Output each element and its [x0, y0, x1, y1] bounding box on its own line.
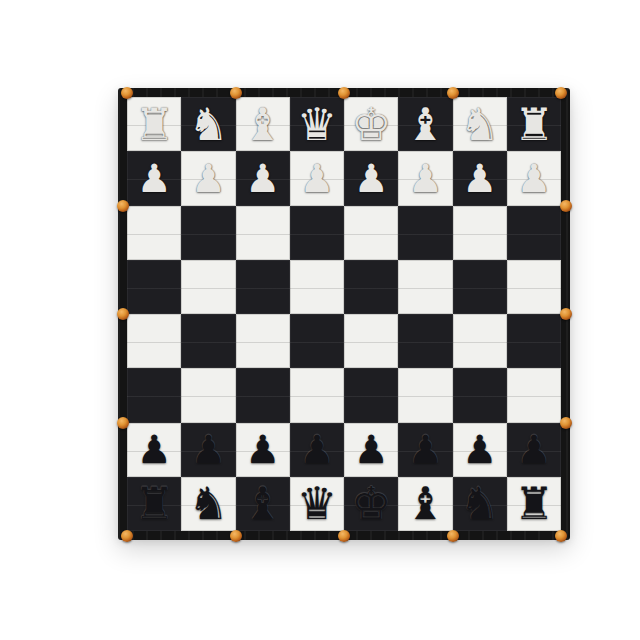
- piece-black-pawn[interactable]: ♟: [137, 430, 172, 469]
- piece-white-knight[interactable]: ♞: [188, 102, 228, 147]
- piece-white-king[interactable]: ♚: [351, 102, 391, 147]
- piece-black-king[interactable]: ♚: [351, 481, 391, 526]
- piece-black-pawn[interactable]: ♟: [191, 430, 226, 469]
- piece-black-bishop[interactable]: ♝: [242, 481, 282, 526]
- square-d8[interactable]: ♛: [290, 477, 344, 531]
- square-c4[interactable]: [236, 260, 290, 314]
- board-grid: ♜♞♝♛♚♝♞♜♟♟♟♟♟♟♟♟♟♟♟♟♟♟♟♟♜♞♝♛♚♝♞♜: [127, 97, 561, 531]
- piece-white-pawn[interactable]: ♟: [191, 159, 226, 198]
- square-h8[interactable]: ♜: [507, 477, 561, 531]
- stud-right-4: [560, 308, 572, 320]
- stud-top-4: [338, 87, 350, 99]
- square-d1[interactable]: ♛: [290, 97, 344, 151]
- piece-white-bishop[interactable]: ♝: [242, 102, 282, 147]
- square-c5[interactable]: [236, 314, 290, 368]
- square-g6[interactable]: [453, 368, 507, 422]
- square-b4[interactable]: [181, 260, 235, 314]
- square-a5[interactable]: [127, 314, 181, 368]
- square-a2[interactable]: ♟: [127, 151, 181, 205]
- square-f2[interactable]: ♟: [398, 151, 452, 205]
- square-e6[interactable]: [344, 368, 398, 422]
- square-g2[interactable]: ♟: [453, 151, 507, 205]
- piece-black-queen[interactable]: ♛: [297, 481, 337, 526]
- square-d2[interactable]: ♟: [290, 151, 344, 205]
- piece-black-pawn[interactable]: ♟: [245, 430, 280, 469]
- square-d5[interactable]: [290, 314, 344, 368]
- stud-top-6: [447, 87, 459, 99]
- stud-bottom-8: [555, 530, 567, 542]
- square-e8[interactable]: ♚: [344, 477, 398, 531]
- square-c8[interactable]: ♝: [236, 477, 290, 531]
- square-h5[interactable]: [507, 314, 561, 368]
- square-g4[interactable]: [453, 260, 507, 314]
- stud-right-2: [560, 200, 572, 212]
- square-d4[interactable]: [290, 260, 344, 314]
- piece-white-rook[interactable]: ♜: [134, 102, 174, 147]
- square-g7[interactable]: ♟: [453, 423, 507, 477]
- square-c3[interactable]: [236, 206, 290, 260]
- piece-white-pawn[interactable]: ♟: [354, 159, 389, 198]
- square-a3[interactable]: [127, 206, 181, 260]
- chess-board: ♜♞♝♛♚♝♞♜♟♟♟♟♟♟♟♟♟♟♟♟♟♟♟♟♜♞♝♛♚♝♞♜: [118, 88, 570, 540]
- stud-top-0: [121, 87, 133, 99]
- piece-white-pawn[interactable]: ♟: [408, 159, 443, 198]
- square-h4[interactable]: [507, 260, 561, 314]
- square-e3[interactable]: [344, 206, 398, 260]
- square-b3[interactable]: [181, 206, 235, 260]
- square-b1[interactable]: ♞: [181, 97, 235, 151]
- square-c6[interactable]: [236, 368, 290, 422]
- square-e4[interactable]: [344, 260, 398, 314]
- square-g8[interactable]: ♞: [453, 477, 507, 531]
- piece-white-pawn[interactable]: ♟: [462, 159, 497, 198]
- square-d7[interactable]: ♟: [290, 423, 344, 477]
- square-b5[interactable]: [181, 314, 235, 368]
- square-a1[interactable]: ♜: [127, 97, 181, 151]
- square-b2[interactable]: ♟: [181, 151, 235, 205]
- piece-white-knight[interactable]: ♞: [459, 102, 499, 147]
- square-g1[interactable]: ♞: [453, 97, 507, 151]
- square-c1[interactable]: ♝: [236, 97, 290, 151]
- square-b6[interactable]: [181, 368, 235, 422]
- piece-white-pawn[interactable]: ♟: [245, 159, 280, 198]
- piece-white-pawn[interactable]: ♟: [299, 159, 334, 198]
- piece-white-bishop[interactable]: ♝: [405, 102, 445, 147]
- piece-white-rook[interactable]: ♜: [514, 102, 554, 147]
- square-f5[interactable]: [398, 314, 452, 368]
- square-a7[interactable]: ♟: [127, 423, 181, 477]
- stud-bottom-4: [338, 530, 350, 542]
- piece-black-knight[interactable]: ♞: [459, 481, 499, 526]
- square-b7[interactable]: ♟: [181, 423, 235, 477]
- square-f3[interactable]: [398, 206, 452, 260]
- square-f8[interactable]: ♝: [398, 477, 452, 531]
- square-e7[interactable]: ♟: [344, 423, 398, 477]
- stud-left-2: [117, 200, 129, 212]
- piece-black-rook[interactable]: ♜: [514, 481, 554, 526]
- photo-background: ♜♞♝♛♚♝♞♜♟♟♟♟♟♟♟♟♟♟♟♟♟♟♟♟♜♞♝♛♚♝♞♜: [0, 0, 640, 640]
- square-f7[interactable]: ♟: [398, 423, 452, 477]
- stud-bottom-0: [121, 530, 133, 542]
- square-e5[interactable]: [344, 314, 398, 368]
- square-a8[interactable]: ♜: [127, 477, 181, 531]
- stud-left-4: [117, 308, 129, 320]
- piece-black-rook[interactable]: ♜: [134, 481, 174, 526]
- square-e2[interactable]: ♟: [344, 151, 398, 205]
- square-c2[interactable]: ♟: [236, 151, 290, 205]
- square-h1[interactable]: ♜: [507, 97, 561, 151]
- piece-white-pawn[interactable]: ♟: [137, 159, 172, 198]
- piece-white-pawn[interactable]: ♟: [516, 159, 551, 198]
- square-a4[interactable]: [127, 260, 181, 314]
- square-h7[interactable]: ♟: [507, 423, 561, 477]
- square-b8[interactable]: ♞: [181, 477, 235, 531]
- stud-top-2: [230, 87, 242, 99]
- square-h2[interactable]: ♟: [507, 151, 561, 205]
- square-d3[interactable]: [290, 206, 344, 260]
- stud-left-6: [117, 417, 129, 429]
- square-f1[interactable]: ♝: [398, 97, 452, 151]
- square-e1[interactable]: ♚: [344, 97, 398, 151]
- square-h3[interactable]: [507, 206, 561, 260]
- piece-black-pawn[interactable]: ♟: [462, 430, 497, 469]
- stud-bottom-6: [447, 530, 459, 542]
- piece-black-pawn[interactable]: ♟: [408, 430, 443, 469]
- square-h6[interactable]: [507, 368, 561, 422]
- square-f6[interactable]: [398, 368, 452, 422]
- square-f4[interactable]: [398, 260, 452, 314]
- stud-bottom-2: [230, 530, 242, 542]
- stud-top-8: [555, 87, 567, 99]
- stud-right-6: [560, 417, 572, 429]
- square-a6[interactable]: [127, 368, 181, 422]
- piece-black-pawn[interactable]: ♟: [299, 430, 334, 469]
- piece-white-queen[interactable]: ♛: [297, 102, 337, 147]
- piece-black-pawn[interactable]: ♟: [354, 430, 389, 469]
- square-d6[interactable]: [290, 368, 344, 422]
- square-g3[interactable]: [453, 206, 507, 260]
- piece-black-pawn[interactable]: ♟: [516, 430, 551, 469]
- square-g5[interactable]: [453, 314, 507, 368]
- square-c7[interactable]: ♟: [236, 423, 290, 477]
- piece-black-bishop[interactable]: ♝: [405, 481, 445, 526]
- piece-black-knight[interactable]: ♞: [188, 481, 228, 526]
